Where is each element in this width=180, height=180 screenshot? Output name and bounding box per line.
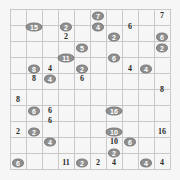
circled-clue-2[interactable]: 2 [108,148,120,157]
circled-clue-4[interactable]: 4 [92,22,104,31]
circled-clue-2[interactable]: 2 [76,159,88,168]
plain-number-4[interactable]: 4 [112,159,116,167]
plain-number-8[interactable]: 8 [32,75,36,83]
plain-number-4[interactable]: 4 [48,65,52,73]
circled-clue-4[interactable]: 4 [140,64,152,73]
circled-clue-5[interactable]: 5 [76,43,88,52]
circled-clue-6[interactable]: 6 [156,33,168,42]
circled-clue-4[interactable]: 4 [44,75,56,84]
circled-clue-10[interactable]: 10 [106,127,123,136]
circled-clue-2[interactable]: 2 [156,43,168,52]
plain-number-6[interactable]: 6 [128,23,132,31]
plain-number-10[interactable]: 10 [110,138,118,146]
plain-number-2[interactable]: 2 [16,128,20,136]
plain-number-8[interactable]: 8 [160,86,164,94]
circled-clue-4[interactable]: 4 [44,138,56,147]
circled-clue-6[interactable]: 6 [108,54,120,63]
plain-number-6[interactable]: 6 [48,107,52,115]
circled-clue-6[interactable]: 6 [124,138,136,147]
plain-number-6[interactable]: 6 [80,75,84,83]
circled-clue-2[interactable]: 2 [28,127,40,136]
circled-clue-6[interactable]: 6 [28,106,40,115]
plain-number-8[interactable]: 8 [16,96,20,104]
circled-clue-2[interactable]: 2 [60,22,72,31]
circled-clue-15[interactable]: 15 [26,22,43,31]
circled-clue-4[interactable]: 4 [140,159,152,168]
plain-number-11[interactable]: 11 [62,159,70,167]
circled-clue-8[interactable]: 8 [28,64,40,73]
puzzle-board[interactable]: 7715246226521168424484688661662210164106… [0,0,180,180]
circled-clue-2[interactable]: 2 [108,33,120,42]
plain-number-4[interactable]: 4 [128,65,132,73]
plain-number-6[interactable]: 6 [48,117,52,125]
circled-clue-2[interactable]: 2 [76,64,88,73]
plain-number-2[interactable]: 2 [64,33,68,41]
circled-clue-6[interactable]: 6 [12,159,24,168]
plain-number-2[interactable]: 2 [96,159,100,167]
grid-lines [10,9,171,170]
circled-clue-16[interactable]: 16 [106,106,123,115]
circled-clue-11[interactable]: 11 [58,54,75,63]
plain-number-4[interactable]: 4 [160,159,164,167]
circled-clue-7[interactable]: 7 [92,12,104,21]
plain-number-16[interactable]: 16 [158,128,166,136]
plain-number-7[interactable]: 7 [160,12,164,20]
